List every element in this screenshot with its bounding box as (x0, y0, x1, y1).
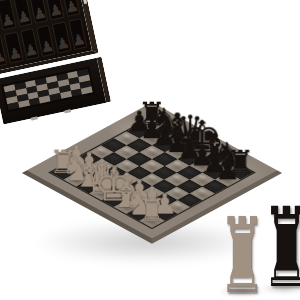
display-rook-black[interactable]: ♜ (262, 206, 300, 290)
stored-black-pawn: ♟ (64, 0, 80, 16)
piece-slot: ♟ (52, 21, 71, 53)
floor-shadow (218, 287, 266, 296)
piece-slot: ♟ (4, 32, 23, 64)
black-pawn[interactable]: ♟ (178, 156, 278, 184)
piece-slot: ♟ (61, 0, 80, 17)
tray-board-square (81, 86, 93, 94)
stored-black-pawn: ♟ (48, 2, 64, 19)
piece-slot: ♟ (29, 0, 48, 24)
hinge (31, 116, 38, 120)
stored-black-pawn: ♟ (23, 42, 39, 59)
hinge (64, 109, 71, 113)
stored-black-pawn: ♟ (16, 9, 32, 26)
stored-black-pawn: ♟ (39, 39, 55, 56)
stored-black-pawn: ♟ (55, 35, 71, 52)
stored-black-pawn: ♟ (0, 49, 7, 66)
case-clasp (82, 0, 87, 4)
square-h1[interactable]: ♜ (139, 214, 164, 228)
display-rook-gray[interactable]: ♜ (219, 214, 263, 298)
piece-slot: ♟ (13, 0, 32, 27)
floor-shadow (260, 284, 300, 293)
stored-black-pawn: ♟ (7, 45, 23, 62)
storage-case[interactable]: ♝ ♝ ♟♟♟♟♟♟ ♟♟♟♟♟♟ (0, 0, 105, 76)
piece-slot: ♟ (45, 0, 64, 20)
piece-slot: ♟ (68, 18, 87, 50)
stored-black-pawn: ♟ (32, 5, 48, 22)
product-photo-scene: ♝ ♝ ♟♟♟♟♟♟ ♟♟♟♟♟♟ ♜♞♝♛♚♝♞♜♟♟♟♟♟♟♟♟♟♟♟♟♟♟… (0, 0, 300, 300)
stored-black-pawn: ♟ (71, 32, 87, 49)
tray-chess-board (1, 66, 95, 112)
white-rook[interactable]: ♜ (102, 194, 202, 226)
stored-black-pawn: ♟ (0, 12, 16, 29)
